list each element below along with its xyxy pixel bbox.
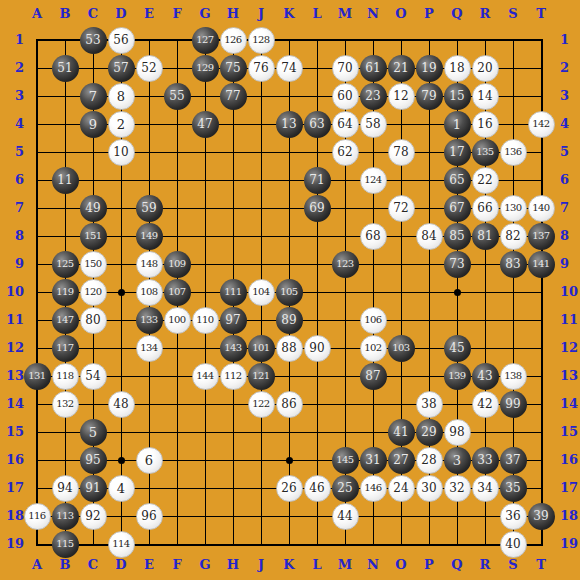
- column-label-top-H: H: [219, 6, 247, 22]
- stone-R2: 20: [472, 55, 499, 82]
- move-number: 144: [196, 371, 213, 381]
- move-number: 35: [505, 482, 520, 494]
- stone-E16: 6: [136, 447, 163, 474]
- move-number: 145: [336, 455, 353, 465]
- stone-R3: 14: [472, 83, 499, 110]
- column-label-bottom-T: T: [527, 557, 555, 573]
- move-number: 134: [140, 343, 157, 353]
- stone-D2: 57: [108, 55, 135, 82]
- stone-S13: 138: [500, 363, 527, 390]
- move-number: 30: [421, 482, 436, 494]
- star-point-Q10: [454, 289, 461, 296]
- stone-O7: 72: [388, 195, 415, 222]
- column-label-top-N: N: [359, 6, 387, 22]
- stone-M17: 25: [332, 475, 359, 502]
- move-number: 2: [117, 118, 125, 131]
- stone-H12: 143: [220, 335, 247, 362]
- move-number: 140: [532, 203, 549, 213]
- stone-D3: 8: [108, 83, 135, 110]
- column-label-top-Q: Q: [443, 6, 471, 22]
- move-number: 85: [449, 230, 464, 242]
- stone-J2: 76: [248, 55, 275, 82]
- stone-N2: 61: [360, 55, 387, 82]
- column-label-top-A: A: [23, 6, 51, 22]
- move-number: 119: [56, 287, 73, 297]
- stone-D5: 10: [108, 139, 135, 166]
- move-number: 146: [364, 483, 381, 493]
- move-number: 150: [84, 259, 101, 269]
- move-number: 108: [140, 287, 157, 297]
- move-number: 44: [337, 510, 352, 522]
- move-number: 10: [113, 146, 128, 158]
- stone-L4: 63: [304, 111, 331, 138]
- stone-P2: 19: [416, 55, 443, 82]
- move-number: 139: [448, 371, 465, 381]
- move-number: 132: [56, 399, 73, 409]
- stone-A13: 131: [24, 363, 51, 390]
- row-label-right-2: 2: [560, 60, 580, 76]
- move-number: 58: [365, 118, 380, 130]
- column-label-top-F: F: [163, 6, 191, 22]
- stone-R5: 135: [472, 139, 499, 166]
- row-label-right-7: 7: [560, 200, 580, 216]
- column-label-top-L: L: [303, 6, 331, 22]
- move-number: 67: [449, 202, 464, 214]
- move-number: 77: [225, 90, 240, 102]
- move-number: 13: [281, 118, 296, 130]
- stone-H10: 111: [220, 279, 247, 306]
- move-number: 1: [453, 118, 461, 131]
- move-number: 60: [337, 90, 352, 102]
- move-number: 23: [365, 90, 380, 102]
- move-number: 109: [168, 259, 185, 269]
- stone-F3: 55: [164, 83, 191, 110]
- move-number: 40: [505, 538, 520, 550]
- row-label-right-17: 17: [560, 480, 580, 496]
- stone-R6: 22: [472, 167, 499, 194]
- stone-K17: 26: [276, 475, 303, 502]
- move-number: 98: [449, 426, 464, 438]
- move-number: 71: [309, 174, 324, 186]
- stone-M4: 64: [332, 111, 359, 138]
- row-label-left-13: 13: [0, 368, 24, 384]
- move-number: 63: [309, 118, 324, 130]
- stone-N12: 102: [360, 335, 387, 362]
- move-number: 20: [477, 62, 492, 74]
- move-number: 27: [393, 454, 408, 466]
- stone-R8: 81: [472, 223, 499, 250]
- stone-S9: 83: [500, 251, 527, 278]
- move-number: 74: [281, 62, 296, 74]
- row-label-left-18: 18: [0, 508, 24, 524]
- stone-K11: 89: [276, 307, 303, 334]
- stone-B18: 113: [52, 503, 79, 530]
- stone-B12: 117: [52, 335, 79, 362]
- row-label-left-14: 14: [0, 396, 24, 412]
- move-number: 96: [141, 510, 156, 522]
- move-number: 7: [89, 90, 97, 103]
- move-number: 92: [85, 510, 100, 522]
- stone-B14: 132: [52, 391, 79, 418]
- move-number: 66: [477, 202, 492, 214]
- move-number: 70: [337, 62, 352, 74]
- column-label-bottom-C: C: [79, 557, 107, 573]
- column-label-bottom-K: K: [275, 557, 303, 573]
- stone-Q3: 15: [444, 83, 471, 110]
- stone-L6: 71: [304, 167, 331, 194]
- column-label-top-M: M: [331, 6, 359, 22]
- row-label-left-10: 10: [0, 284, 24, 300]
- column-label-top-D: D: [107, 6, 135, 22]
- stone-D1: 56: [108, 27, 135, 54]
- move-number: 29: [421, 426, 436, 438]
- row-label-left-2: 2: [0, 60, 24, 76]
- stone-H13: 112: [220, 363, 247, 390]
- move-number: 147: [56, 315, 73, 325]
- move-number: 11: [57, 174, 72, 186]
- stone-K12: 88: [276, 335, 303, 362]
- move-number: 129: [196, 63, 213, 73]
- move-number: 143: [224, 343, 241, 353]
- stone-Q7: 67: [444, 195, 471, 222]
- stone-C8: 151: [80, 223, 107, 250]
- move-number: 79: [421, 90, 436, 102]
- move-number: 128: [252, 35, 269, 45]
- move-number: 46: [309, 482, 324, 494]
- stone-C7: 49: [80, 195, 107, 222]
- stone-M5: 62: [332, 139, 359, 166]
- stone-G2: 129: [192, 55, 219, 82]
- column-label-top-E: E: [135, 6, 163, 22]
- column-label-bottom-N: N: [359, 557, 387, 573]
- stone-F9: 109: [164, 251, 191, 278]
- stone-E18: 96: [136, 503, 163, 530]
- move-number: 53: [85, 34, 100, 46]
- stone-P16: 28: [416, 447, 443, 474]
- column-label-bottom-S: S: [499, 557, 527, 573]
- stone-M3: 60: [332, 83, 359, 110]
- move-number: 8: [117, 90, 125, 103]
- row-label-left-8: 8: [0, 228, 24, 244]
- move-number: 97: [225, 314, 240, 326]
- move-number: 78: [393, 146, 408, 158]
- stone-N17: 146: [360, 475, 387, 502]
- move-number: 142: [532, 119, 549, 129]
- stone-R14: 42: [472, 391, 499, 418]
- stone-C1: 53: [80, 27, 107, 54]
- move-number: 4: [117, 482, 125, 495]
- stone-M18: 44: [332, 503, 359, 530]
- move-number: 149: [140, 231, 157, 241]
- move-number: 124: [364, 175, 381, 185]
- row-label-left-5: 5: [0, 144, 24, 160]
- stone-P8: 84: [416, 223, 443, 250]
- stone-N8: 68: [360, 223, 387, 250]
- stone-P14: 38: [416, 391, 443, 418]
- stone-Q17: 32: [444, 475, 471, 502]
- stone-T18: 39: [528, 503, 555, 530]
- row-label-right-18: 18: [560, 508, 580, 524]
- column-label-bottom-B: B: [51, 557, 79, 573]
- move-number: 95: [85, 454, 100, 466]
- move-number: 80: [85, 314, 100, 326]
- stone-H11: 97: [220, 307, 247, 334]
- move-number: 101: [252, 343, 269, 353]
- stone-M2: 70: [332, 55, 359, 82]
- column-label-bottom-P: P: [415, 557, 443, 573]
- stone-F10: 107: [164, 279, 191, 306]
- row-label-left-12: 12: [0, 340, 24, 356]
- move-number: 34: [477, 482, 492, 494]
- stone-S5: 136: [500, 139, 527, 166]
- move-number: 12: [393, 90, 408, 102]
- stone-S8: 82: [500, 223, 527, 250]
- column-label-top-K: K: [275, 6, 303, 22]
- stone-D19: 114: [108, 531, 135, 558]
- row-label-right-14: 14: [560, 396, 580, 412]
- stone-E7: 59: [136, 195, 163, 222]
- column-label-top-S: S: [499, 6, 527, 22]
- stone-H3: 77: [220, 83, 247, 110]
- move-number: 141: [532, 259, 549, 269]
- stone-Q4: 1: [444, 111, 471, 138]
- stone-N11: 106: [360, 307, 387, 334]
- row-label-left-11: 11: [0, 312, 24, 328]
- move-number: 117: [56, 343, 73, 353]
- move-number: 25: [337, 482, 352, 494]
- move-number: 90: [309, 342, 324, 354]
- stone-C11: 80: [80, 307, 107, 334]
- move-number: 54: [85, 370, 100, 382]
- move-number: 33: [477, 454, 492, 466]
- stone-D17: 4: [108, 475, 135, 502]
- move-number: 87: [365, 370, 380, 382]
- stone-O16: 27: [388, 447, 415, 474]
- move-number: 112: [224, 371, 241, 381]
- stone-G11: 110: [192, 307, 219, 334]
- row-label-left-9: 9: [0, 256, 24, 272]
- move-number: 88: [281, 342, 296, 354]
- stone-L12: 90: [304, 335, 331, 362]
- stone-B10: 119: [52, 279, 79, 306]
- stone-E10: 108: [136, 279, 163, 306]
- stone-P15: 29: [416, 419, 443, 446]
- move-number: 41: [393, 426, 408, 438]
- move-number: 84: [421, 230, 436, 242]
- row-label-right-19: 19: [560, 536, 580, 552]
- move-number: 91: [85, 482, 100, 494]
- stone-D14: 48: [108, 391, 135, 418]
- move-number: 136: [504, 147, 521, 157]
- stone-R7: 66: [472, 195, 499, 222]
- stone-R17: 34: [472, 475, 499, 502]
- column-label-top-G: G: [191, 6, 219, 22]
- stone-O3: 12: [388, 83, 415, 110]
- row-label-left-1: 1: [0, 32, 24, 48]
- move-number: 130: [504, 203, 521, 213]
- stone-H2: 75: [220, 55, 247, 82]
- row-label-left-7: 7: [0, 200, 24, 216]
- stone-T9: 141: [528, 251, 555, 278]
- column-label-top-J: J: [247, 6, 275, 22]
- stone-C18: 92: [80, 503, 107, 530]
- move-number: 38: [421, 398, 436, 410]
- stone-C13: 54: [80, 363, 107, 390]
- stone-Q16: 3: [444, 447, 471, 474]
- move-number: 32: [449, 482, 464, 494]
- row-label-left-17: 17: [0, 480, 24, 496]
- stone-J14: 122: [248, 391, 275, 418]
- move-number: 99: [505, 398, 520, 410]
- stone-N3: 23: [360, 83, 387, 110]
- stone-N13: 87: [360, 363, 387, 390]
- row-label-left-4: 4: [0, 116, 24, 132]
- column-label-bottom-J: J: [247, 557, 275, 573]
- move-number: 72: [393, 202, 408, 214]
- move-number: 148: [140, 259, 157, 269]
- row-label-right-12: 12: [560, 340, 580, 356]
- move-number: 17: [449, 146, 464, 158]
- row-label-right-9: 9: [560, 256, 580, 272]
- stone-M9: 123: [332, 251, 359, 278]
- stone-P3: 79: [416, 83, 443, 110]
- move-number: 111: [224, 287, 241, 297]
- stone-Q9: 73: [444, 251, 471, 278]
- move-number: 31: [365, 454, 380, 466]
- stone-T4: 142: [528, 111, 555, 138]
- goban[interactable]: AABBCCDDEEFFGGHHJJKKLLMMNNOOPPQQRRSSTT11…: [0, 0, 580, 580]
- move-number: 15: [449, 90, 464, 102]
- move-number: 100: [168, 315, 185, 325]
- move-number: 18: [449, 62, 464, 74]
- column-label-bottom-H: H: [219, 557, 247, 573]
- stone-B13: 118: [52, 363, 79, 390]
- row-label-right-10: 10: [560, 284, 580, 300]
- column-label-top-C: C: [79, 6, 107, 22]
- stone-B19: 115: [52, 531, 79, 558]
- stone-Q2: 18: [444, 55, 471, 82]
- move-number: 107: [168, 287, 185, 297]
- star-point-D16: [118, 457, 125, 464]
- stone-C15: 5: [80, 419, 107, 446]
- move-number: 102: [364, 343, 381, 353]
- stone-S16: 37: [500, 447, 527, 474]
- stone-S7: 130: [500, 195, 527, 222]
- stone-R13: 43: [472, 363, 499, 390]
- stone-T8: 137: [528, 223, 555, 250]
- move-number: 86: [281, 398, 296, 410]
- stone-S19: 40: [500, 531, 527, 558]
- stone-B2: 51: [52, 55, 79, 82]
- stone-B17: 94: [52, 475, 79, 502]
- move-number: 22: [477, 174, 492, 186]
- move-number: 36: [505, 510, 520, 522]
- stone-O2: 21: [388, 55, 415, 82]
- move-number: 5: [89, 426, 97, 439]
- move-number: 14: [477, 90, 492, 102]
- column-label-bottom-M: M: [331, 557, 359, 573]
- stone-E12: 134: [136, 335, 163, 362]
- move-number: 48: [113, 398, 128, 410]
- move-number: 51: [57, 62, 72, 74]
- stone-C4: 9: [80, 111, 107, 138]
- stone-C9: 150: [80, 251, 107, 278]
- move-number: 126: [224, 35, 241, 45]
- row-label-left-16: 16: [0, 452, 24, 468]
- move-number: 138: [504, 371, 521, 381]
- stone-O5: 78: [388, 139, 415, 166]
- column-label-bottom-L: L: [303, 557, 331, 573]
- stone-E9: 148: [136, 251, 163, 278]
- stone-B6: 11: [52, 167, 79, 194]
- move-number: 151: [84, 231, 101, 241]
- stone-L7: 69: [304, 195, 331, 222]
- stone-E2: 52: [136, 55, 163, 82]
- row-label-right-11: 11: [560, 312, 580, 328]
- column-label-bottom-R: R: [471, 557, 499, 573]
- stone-K14: 86: [276, 391, 303, 418]
- row-label-left-19: 19: [0, 536, 24, 552]
- stone-K2: 74: [276, 55, 303, 82]
- move-number: 43: [477, 370, 492, 382]
- stone-J13: 121: [248, 363, 275, 390]
- move-number: 133: [140, 315, 157, 325]
- move-number: 114: [112, 539, 129, 549]
- move-number: 64: [337, 118, 352, 130]
- move-number: 125: [56, 259, 73, 269]
- move-number: 68: [365, 230, 380, 242]
- move-number: 62: [337, 146, 352, 158]
- move-number: 56: [113, 34, 128, 46]
- move-number: 83: [505, 258, 520, 270]
- move-number: 116: [28, 511, 45, 521]
- stone-N16: 31: [360, 447, 387, 474]
- stone-K4: 13: [276, 111, 303, 138]
- stone-D4: 2: [108, 111, 135, 138]
- move-number: 65: [449, 174, 464, 186]
- stone-E8: 149: [136, 223, 163, 250]
- column-label-bottom-A: A: [23, 557, 51, 573]
- move-number: 3: [453, 454, 461, 467]
- move-number: 24: [393, 482, 408, 494]
- stone-C17: 91: [80, 475, 107, 502]
- row-label-right-16: 16: [560, 452, 580, 468]
- move-number: 21: [393, 62, 408, 74]
- stone-S14: 99: [500, 391, 527, 418]
- row-label-right-1: 1: [560, 32, 580, 48]
- row-label-left-15: 15: [0, 424, 24, 440]
- stone-Q15: 98: [444, 419, 471, 446]
- move-number: 121: [252, 371, 269, 381]
- star-point-D10: [118, 289, 125, 296]
- move-number: 16: [477, 118, 492, 130]
- stone-A18: 116: [24, 503, 51, 530]
- column-label-top-R: R: [471, 6, 499, 22]
- move-number: 39: [533, 510, 548, 522]
- stone-Q8: 85: [444, 223, 471, 250]
- move-number: 118: [56, 371, 73, 381]
- stone-O15: 41: [388, 419, 415, 446]
- stone-N4: 58: [360, 111, 387, 138]
- row-label-left-3: 3: [0, 88, 24, 104]
- column-label-top-O: O: [387, 6, 415, 22]
- move-number: 45: [449, 342, 464, 354]
- move-number: 47: [197, 118, 212, 130]
- stone-B11: 147: [52, 307, 79, 334]
- move-number: 75: [225, 62, 240, 74]
- row-label-right-5: 5: [560, 144, 580, 160]
- move-number: 131: [28, 371, 45, 381]
